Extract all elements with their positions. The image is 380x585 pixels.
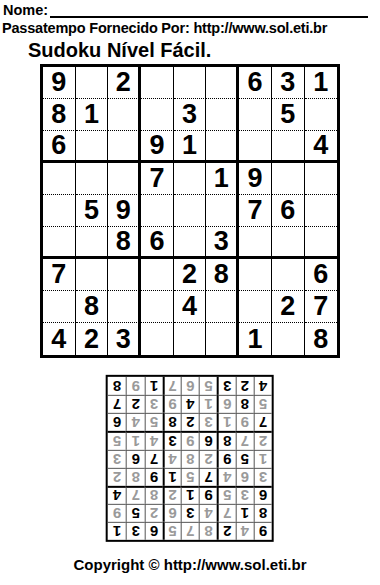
- puzzle-cell-r2c5: 3: [174, 99, 207, 131]
- puzzle-cell-r2c8: 5: [272, 99, 305, 131]
- puzzle-cell-r3c9: 4: [305, 131, 338, 163]
- solution-cell-r4c7: 9: [144, 467, 162, 485]
- puzzle-cell-r4c5[interactable]: [174, 163, 207, 195]
- solution-cell-r6c3: 8: [217, 431, 235, 449]
- puzzle-cell-r4c8[interactable]: [272, 163, 305, 195]
- puzzle-cell-r9c3: 3: [108, 323, 141, 355]
- puzzle-cell-r2c3[interactable]: [108, 99, 141, 131]
- puzzle-cell-r4c7: 9: [239, 163, 272, 195]
- puzzle-cell-r8c2: 8: [76, 291, 109, 323]
- solution-cell-r1c2: 4: [235, 522, 253, 540]
- solution-cell-r3c1: 6: [254, 486, 272, 504]
- puzzle-cell-r1c3: 2: [108, 67, 141, 99]
- solution-cell-r1c7: 6: [144, 522, 162, 540]
- solution-cell-r9c7: 1: [144, 377, 162, 395]
- solution-cell-r3c7: 8: [144, 486, 162, 504]
- puzzle-cell-r9c1: 4: [43, 323, 76, 355]
- solution-cell-r1c4: 8: [199, 522, 217, 540]
- solution-cell-r9c4: 5: [199, 377, 217, 395]
- puzzle-cell-r5c7: 7: [239, 195, 272, 227]
- solution-cell-r8c8: 2: [126, 395, 144, 413]
- solution-cell-r3c4: 9: [199, 486, 217, 504]
- name-fill-line[interactable]: [50, 3, 368, 18]
- puzzle-cell-r1c8: 3: [272, 67, 305, 99]
- puzzle-cell-r2c1: 8: [43, 99, 76, 131]
- solution-cell-r7c7: 5: [144, 413, 162, 431]
- puzzle-cell-r1c5[interactable]: [174, 67, 207, 99]
- sudoku-puzzle-grid: 926318135691471959768637286842742318: [40, 64, 340, 358]
- puzzle-cell-r6c5[interactable]: [174, 227, 207, 259]
- solution-cell-r6c5: 9: [181, 431, 199, 449]
- puzzle-cell-r5c6[interactable]: [206, 195, 239, 227]
- solution-cell-r2c7: 2: [144, 504, 162, 522]
- puzzle-cell-r9c7: 1: [239, 323, 272, 355]
- solution-cell-r3c8: 7: [126, 486, 144, 504]
- puzzle-cell-r6c6: 3: [206, 227, 239, 259]
- puzzle-cell-r8c5: 4: [174, 291, 207, 323]
- solution-cell-r9c6: 7: [163, 377, 181, 395]
- puzzle-cell-r4c4: 7: [141, 163, 174, 195]
- puzzle-cell-r7c9: 6: [305, 259, 338, 291]
- puzzle-cell-r6c3: 8: [108, 227, 141, 259]
- solution-cell-r3c6: 2: [163, 486, 181, 504]
- puzzle-cell-r6c4: 6: [141, 227, 174, 259]
- puzzle-cell-r3c5: 1: [174, 131, 207, 163]
- solution-cell-r5c8: 6: [126, 449, 144, 467]
- puzzle-cell-r8c8: 2: [272, 291, 305, 323]
- solution-cell-r1c5: 7: [181, 522, 199, 540]
- solution-cell-r6c8: 1: [126, 431, 144, 449]
- solution-cell-r5c9: 3: [108, 449, 126, 467]
- puzzle-cell-r1c4[interactable]: [141, 67, 174, 99]
- solution-cell-r2c8: 5: [126, 504, 144, 522]
- solution-cell-r6c4: 6: [199, 431, 217, 449]
- puzzle-cell-r5c3: 9: [108, 195, 141, 227]
- solution-cell-r5c5: 8: [181, 449, 199, 467]
- puzzle-cell-r6c8[interactable]: [272, 227, 305, 259]
- puzzle-cell-r4c9[interactable]: [305, 163, 338, 195]
- solution-cell-r3c5: 1: [181, 486, 199, 504]
- puzzle-cell-r5c9[interactable]: [305, 195, 338, 227]
- puzzle-cell-r8c4[interactable]: [141, 291, 174, 323]
- puzzle-cell-r1c6[interactable]: [206, 67, 239, 99]
- puzzle-cell-r7c8[interactable]: [272, 259, 305, 291]
- puzzle-cell-r3c4: 9: [141, 131, 174, 163]
- puzzle-cell-r3c1: 6: [43, 131, 76, 163]
- solution-cell-r8c1: 5: [254, 395, 272, 413]
- solution-cell-r1c6: 5: [163, 522, 181, 540]
- solution-cell-r7c4: 3: [199, 413, 217, 431]
- puzzle-cell-r6c7[interactable]: [239, 227, 272, 259]
- puzzle-cell-r8c3[interactable]: [108, 291, 141, 323]
- puzzle-cell-r1c1: 9: [43, 67, 76, 99]
- solution-cell-r2c3: 7: [217, 504, 235, 522]
- sudoku-solution-grid-rotated: 9428756318174362596359128743647519821592…: [106, 375, 274, 542]
- solution-cell-r7c9: 6: [108, 413, 126, 431]
- solution-cell-r9c2: 2: [235, 377, 253, 395]
- solution-cell-r6c7: 4: [144, 431, 162, 449]
- puzzle-cell-r5c5[interactable]: [174, 195, 207, 227]
- solution-cell-r2c9: 9: [108, 504, 126, 522]
- solution-cell-r6c2: 7: [235, 431, 253, 449]
- solution-cell-r5c2: 5: [235, 449, 253, 467]
- solution-cell-r7c2: 9: [235, 413, 253, 431]
- solution-cell-r5c3: 9: [217, 449, 235, 467]
- puzzle-cell-r9c4[interactable]: [141, 323, 174, 355]
- puzzle-cell-r7c2[interactable]: [76, 259, 109, 291]
- solution-cell-r2c6: 6: [163, 504, 181, 522]
- solution-cell-r4c1: 3: [254, 467, 272, 485]
- puzzle-cell-r7c7[interactable]: [239, 259, 272, 291]
- solution-cell-r1c9: 1: [108, 522, 126, 540]
- puzzle-cell-r2c4[interactable]: [141, 99, 174, 131]
- puzzle-cell-r7c6: 8: [206, 259, 239, 291]
- puzzle-cell-r3c6[interactable]: [206, 131, 239, 163]
- puzzle-cell-r8c7[interactable]: [239, 291, 272, 323]
- puzzle-cell-r2c9[interactable]: [305, 99, 338, 131]
- solution-cell-r4c5: 5: [181, 467, 199, 485]
- puzzle-cell-r3c8[interactable]: [272, 131, 305, 163]
- solution-cell-r4c3: 4: [217, 467, 235, 485]
- solution-cell-r8c9: 7: [108, 395, 126, 413]
- copyright-text: Copyright © http://www.sol.eti.br: [0, 556, 380, 573]
- puzzle-cell-r5c8: 6: [272, 195, 305, 227]
- solution-cell-r1c3: 2: [217, 522, 235, 540]
- solution-cell-r4c6: 1: [163, 467, 181, 485]
- solution-cell-r5c4: 2: [199, 449, 217, 467]
- puzzle-cell-r8c1[interactable]: [43, 291, 76, 323]
- puzzle-cell-r9c2: 2: [76, 323, 109, 355]
- puzzle-cell-r1c9: 1: [305, 67, 338, 99]
- puzzle-cell-r6c1[interactable]: [43, 227, 76, 259]
- solution-cell-r9c3: 3: [217, 377, 235, 395]
- name-label: Nome:: [3, 2, 48, 18]
- puzzle-cell-r9c5[interactable]: [174, 323, 207, 355]
- solution-cell-r1c8: 3: [126, 522, 144, 540]
- puzzle-cell-r5c2: 5: [76, 195, 109, 227]
- solution-cell-r5c1: 1: [254, 449, 272, 467]
- solution-cell-r8c2: 8: [235, 395, 253, 413]
- solution-cell-r2c2: 1: [235, 504, 253, 522]
- puzzle-cell-r3c3[interactable]: [108, 131, 141, 163]
- puzzle-cell-r8c9: 7: [305, 291, 338, 323]
- puzzle-cell-r4c2[interactable]: [76, 163, 109, 195]
- solution-cell-r7c8: 4: [126, 413, 144, 431]
- provided-by-text: Passatempo Fornecido Por: http://www.sol…: [2, 20, 327, 36]
- solution-cell-r8c7: 3: [144, 395, 162, 413]
- solution-cell-r5c6: 4: [163, 449, 181, 467]
- solution-cell-r2c4: 4: [199, 504, 217, 522]
- puzzle-cell-r3c7[interactable]: [239, 131, 272, 163]
- solution-cell-r1c1: 9: [254, 522, 272, 540]
- solution-cell-r3c2: 3: [235, 486, 253, 504]
- puzzle-cell-r7c4[interactable]: [141, 259, 174, 291]
- solution-cell-r9c1: 4: [254, 377, 272, 395]
- puzzle-cell-r6c2[interactable]: [76, 227, 109, 259]
- puzzle-cell-r7c3[interactable]: [108, 259, 141, 291]
- puzzle-cell-r4c3[interactable]: [108, 163, 141, 195]
- solution-cell-r3c9: 4: [108, 486, 126, 504]
- puzzle-cell-r5c1[interactable]: [43, 195, 76, 227]
- puzzle-cell-r9c9: 8: [305, 323, 338, 355]
- puzzle-cell-r6c9[interactable]: [305, 227, 338, 259]
- puzzle-cell-r7c1: 7: [43, 259, 76, 291]
- puzzle-cell-r7c5: 2: [174, 259, 207, 291]
- solution-cell-r7c6: 8: [163, 413, 181, 431]
- puzzle-cell-r2c6[interactable]: [206, 99, 239, 131]
- solution-cell-r6c1: 2: [254, 431, 272, 449]
- solution-cell-r8c4: 1: [199, 395, 217, 413]
- solution-cell-r5c7: 7: [144, 449, 162, 467]
- puzzle-cell-r9c8[interactable]: [272, 323, 305, 355]
- solution-cell-r2c5: 3: [181, 504, 199, 522]
- solution-cell-r4c8: 8: [126, 467, 144, 485]
- solution-cell-r8c5: 4: [181, 395, 199, 413]
- puzzle-cell-r4c1[interactable]: [43, 163, 76, 195]
- solution-cell-r2c1: 8: [254, 504, 272, 522]
- solution-cell-r4c4: 7: [199, 467, 217, 485]
- puzzle-cell-r9c6[interactable]: [206, 323, 239, 355]
- puzzle-cell-r2c7[interactable]: [239, 99, 272, 131]
- puzzle-cell-r3c2[interactable]: [76, 131, 109, 163]
- solution-cell-r8c3: 6: [217, 395, 235, 413]
- solution-cell-r3c3: 5: [217, 486, 235, 504]
- solution-cell-r4c9: 2: [108, 467, 126, 485]
- solution-cell-r9c9: 8: [108, 377, 126, 395]
- puzzle-cell-r2c2: 1: [76, 99, 109, 131]
- solution-cell-r8c6: 9: [163, 395, 181, 413]
- name-row: Nome:: [3, 2, 368, 18]
- solution-cell-r9c8: 9: [126, 377, 144, 395]
- puzzle-cell-r5c4[interactable]: [141, 195, 174, 227]
- solution-cell-r6c9: 5: [108, 431, 126, 449]
- puzzle-cell-r1c7: 6: [239, 67, 272, 99]
- solution-cell-r7c5: 2: [181, 413, 199, 431]
- page-title: Sudoku Nível Fácil.: [28, 39, 211, 62]
- solution-cell-r9c5: 6: [181, 377, 199, 395]
- solution-cell-r4c2: 6: [235, 467, 253, 485]
- puzzle-cell-r1c2[interactable]: [76, 67, 109, 99]
- puzzle-cell-r8c6[interactable]: [206, 291, 239, 323]
- solution-cell-r7c3: 1: [217, 413, 235, 431]
- solution-cell-r7c1: 7: [254, 413, 272, 431]
- puzzle-cell-r4c6: 1: [206, 163, 239, 195]
- solution-cell-r6c6: 3: [163, 431, 181, 449]
